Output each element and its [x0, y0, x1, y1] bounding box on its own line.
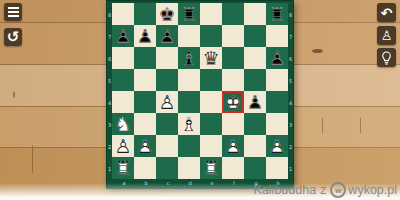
square-d4[interactable] — [178, 91, 200, 113]
square-f7[interactable] — [222, 25, 244, 47]
square-e7[interactable] — [200, 25, 222, 47]
chess-board-frame: ♚♔♜♖♜♖♟♙♟♙♟♙♝♗♛♕♟♙♟♙♚♔♟♙♞♘♝♗♟♙♟♙♟♙♟♙♜♖♜♖… — [106, 0, 294, 189]
black-pawn[interactable]: ♟♙ — [266, 47, 288, 69]
coord-rank-6: 6 — [288, 48, 293, 70]
square-f6[interactable] — [222, 47, 244, 69]
wood-knot — [13, 91, 15, 98]
rotate-icon: ↺ — [7, 28, 20, 46]
flip-board-button[interactable]: ↺ — [4, 28, 22, 46]
pawn-button[interactable]: ♙ — [377, 26, 396, 45]
coord-rank-3: 3 — [288, 114, 293, 136]
white-pawn[interactable]: ♟♙ — [134, 135, 156, 157]
coord-rank-2: 2 — [107, 136, 112, 158]
square-b8[interactable] — [134, 3, 156, 25]
square-h3[interactable] — [266, 113, 288, 135]
square-a6[interactable] — [112, 47, 134, 69]
white-bishop[interactable]: ♝♗ — [178, 113, 200, 135]
coord-rank-5: 5 — [288, 70, 293, 92]
hint-button[interactable] — [377, 48, 396, 67]
square-b4[interactable] — [134, 91, 156, 113]
square-e8[interactable] — [200, 3, 222, 25]
square-c4[interactable]: ♟♙ — [156, 91, 178, 113]
square-b2[interactable]: ♟♙ — [134, 135, 156, 157]
square-a4[interactable] — [112, 91, 134, 113]
wykop-logo-icon: w — [330, 182, 346, 198]
hamburger-icon — [8, 7, 19, 9]
square-c7[interactable]: ♟♙ — [156, 25, 178, 47]
black-pawn[interactable]: ♟♙ — [244, 91, 266, 113]
square-b7[interactable]: ♟♙ — [134, 25, 156, 47]
black-rook[interactable]: ♜♖ — [266, 3, 288, 25]
square-h8[interactable]: ♜♖ — [266, 3, 288, 25]
square-d1[interactable] — [178, 157, 200, 179]
square-f5[interactable] — [222, 69, 244, 91]
square-g4[interactable]: ♟♙ — [244, 91, 266, 113]
black-pawn[interactable]: ♟♙ — [156, 25, 178, 47]
square-b5[interactable] — [134, 69, 156, 91]
square-e1[interactable]: ♜♖ — [200, 157, 222, 179]
square-d5[interactable] — [178, 69, 200, 91]
square-c6[interactable] — [156, 47, 178, 69]
white-pawn[interactable]: ♟♙ — [266, 135, 288, 157]
undo-arrow-icon: ↶ — [381, 5, 393, 21]
wood-seam — [360, 118, 361, 133]
square-f1[interactable] — [222, 157, 244, 179]
square-g6[interactable] — [244, 47, 266, 69]
square-h7[interactable] — [266, 25, 288, 47]
square-g8[interactable] — [244, 3, 266, 25]
coord-rank-4: 4 — [288, 92, 293, 114]
square-e3[interactable] — [200, 113, 222, 135]
coord-rank-4: 4 — [107, 92, 112, 114]
square-b1[interactable] — [134, 157, 156, 179]
menu-button[interactable] — [4, 3, 22, 21]
black-pawn[interactable]: ♟♙ — [112, 25, 134, 47]
black-rook[interactable]: ♜♖ — [178, 3, 200, 25]
square-f3[interactable] — [222, 113, 244, 135]
square-e4[interactable] — [200, 91, 222, 113]
square-h5[interactable] — [266, 69, 288, 91]
square-a1[interactable]: ♜♖ — [112, 157, 134, 179]
white-pawn[interactable]: ♟♙ — [156, 91, 178, 113]
coord-rank-7: 7 — [288, 26, 293, 48]
wood-seam — [32, 145, 33, 173]
square-d8[interactable]: ♜♖ — [178, 3, 200, 25]
undo-button[interactable]: ↶ — [377, 3, 396, 22]
square-c5[interactable] — [156, 69, 178, 91]
white-pawn[interactable]: ♟♙ — [222, 135, 244, 157]
black-bishop[interactable]: ♝♗ — [178, 47, 200, 69]
coord-rank-1: 1 — [288, 158, 293, 180]
square-d3[interactable]: ♝♗ — [178, 113, 200, 135]
square-a3[interactable]: ♞♘ — [112, 113, 134, 135]
white-knight[interactable]: ♞♘ — [112, 113, 134, 135]
square-c3[interactable] — [156, 113, 178, 135]
square-h2[interactable]: ♟♙ — [266, 135, 288, 157]
square-g7[interactable] — [244, 25, 266, 47]
square-f2[interactable]: ♟♙ — [222, 135, 244, 157]
square-a5[interactable] — [112, 69, 134, 91]
square-c8[interactable]: ♚♔ — [156, 3, 178, 25]
lightbulb-icon — [381, 51, 392, 65]
square-b3[interactable] — [134, 113, 156, 135]
coord-rank-8: 8 — [288, 4, 293, 26]
square-b6[interactable] — [134, 47, 156, 69]
coord-rank-7: 7 — [107, 26, 112, 48]
square-a8[interactable] — [112, 3, 134, 25]
wood-seam — [322, 118, 323, 133]
square-h4[interactable] — [266, 91, 288, 113]
pawn-icon: ♙ — [381, 28, 393, 43]
chess-board[interactable]: ♚♔♜♖♜♖♟♙♟♙♟♙♝♗♛♕♟♙♟♙♚♔♟♙♞♘♝♗♟♙♟♙♟♙♟♙♜♖♜♖ — [112, 3, 288, 179]
white-king[interactable]: ♚♔ — [222, 91, 244, 113]
square-h1[interactable] — [266, 157, 288, 179]
square-c1[interactable] — [156, 157, 178, 179]
white-rook[interactable]: ♜♖ — [200, 157, 222, 179]
square-g5[interactable] — [244, 69, 266, 91]
square-g2[interactable] — [244, 135, 266, 157]
coord-rank-2: 2 — [288, 136, 293, 158]
square-h6[interactable]: ♟♙ — [266, 47, 288, 69]
square-d2[interactable] — [178, 135, 200, 157]
watermark-author: Kalibuddha — [254, 183, 317, 197]
square-g3[interactable] — [244, 113, 266, 135]
black-queen[interactable]: ♛♕ — [200, 47, 222, 69]
square-d7[interactable] — [178, 25, 200, 47]
square-a7[interactable]: ♟♙ — [112, 25, 134, 47]
square-c2[interactable] — [156, 135, 178, 157]
black-pawn[interactable]: ♟♙ — [134, 25, 156, 47]
wood-background: ♚♔♜♖♜♖♟♙♟♙♟♙♝♗♛♕♟♙♟♙♚♔♟♙♞♘♝♗♟♙♟♙♟♙♟♙♜♖♜♖… — [0, 0, 400, 200]
square-e6[interactable]: ♛♕ — [200, 47, 222, 69]
coord-rank-8: 8 — [107, 4, 112, 26]
white-rook[interactable]: ♜♖ — [112, 157, 134, 179]
coord-rank-6: 6 — [107, 48, 112, 70]
square-g1[interactable] — [244, 157, 266, 179]
square-e5[interactable] — [200, 69, 222, 91]
white-pawn[interactable]: ♟♙ — [112, 135, 134, 157]
watermark: Kalibuddha z w wykop.pl — [254, 182, 397, 198]
black-king[interactable]: ♚♔ — [156, 3, 178, 25]
square-a2[interactable]: ♟♙ — [112, 135, 134, 157]
coord-rank-5: 5 — [107, 70, 112, 92]
square-e2[interactable] — [200, 135, 222, 157]
coord-rank-1: 1 — [107, 158, 112, 180]
wood-knot — [312, 49, 323, 53]
watermark-site: wykop.pl — [348, 183, 397, 197]
square-f4[interactable]: ♚♔ — [222, 91, 244, 113]
coord-rank-3: 3 — [107, 114, 112, 136]
watermark-connector: z — [320, 183, 326, 197]
square-d6[interactable]: ♝♗ — [178, 47, 200, 69]
square-f8[interactable] — [222, 3, 244, 25]
